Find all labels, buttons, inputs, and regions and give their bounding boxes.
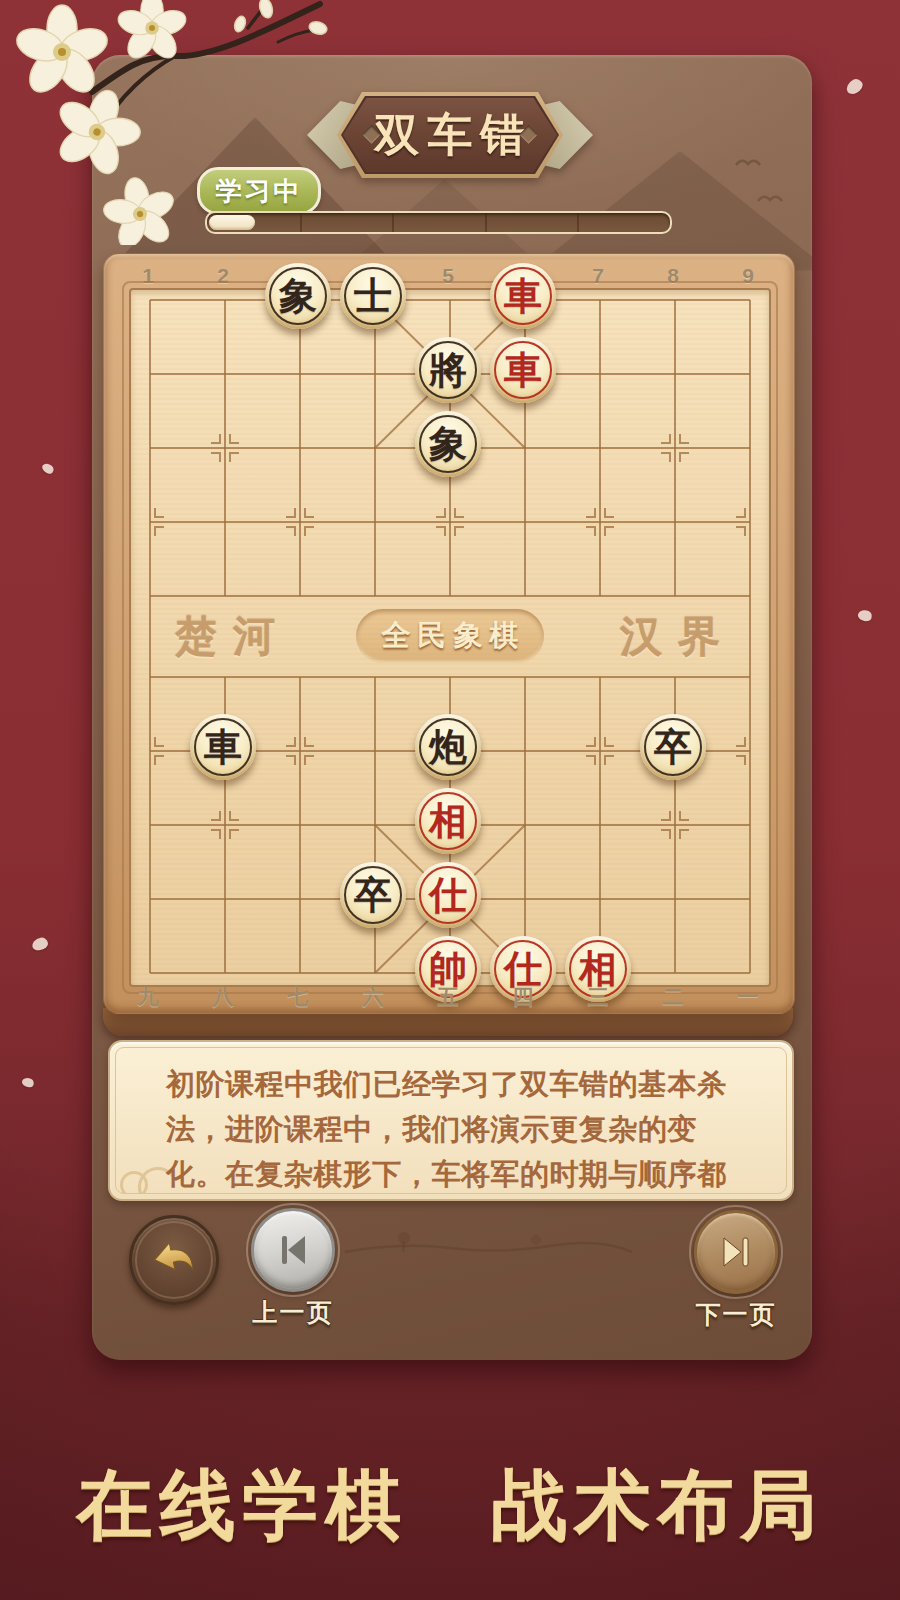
piece-black-r1c4[interactable]: 士 [340,263,406,329]
lesson-textbox: 初阶课程中我们已经学习了双车错的基本杀 法，进阶课程中，我们将演示更复杂的变 化… [108,1040,794,1201]
next-page-label: 下一页 [694,1298,778,1331]
piece-black-r7c5[interactable]: 炮 [415,714,481,780]
file-label: 六 [353,985,393,1009]
piece-black-r1c3[interactable]: 象 [265,263,331,329]
piece-red-r8c5[interactable]: 相 [415,788,481,854]
slogan-text: 在线学棋 战术布局 [0,1455,900,1558]
back-button[interactable] [129,1215,219,1305]
piece-black-r2c5[interactable]: 將 [415,337,481,403]
lesson-title: 双车错 [367,105,534,165]
banner-frame: 双车错 [337,92,563,178]
progress-segment-divider [577,213,579,232]
piece-red-r9c5[interactable]: 仕 [415,862,481,928]
lesson-text: 初阶课程中我们已经学习了双车错的基本杀 法，进阶课程中，我们将演示更复杂的变 化… [166,1062,762,1197]
file-label: 五 [428,985,468,1009]
file-label: 二 [653,985,693,1009]
file-label: 一 [728,985,768,1009]
piece-black-r9c4[interactable]: 卒 [340,862,406,928]
progress-segment-divider [392,213,394,232]
progress-segment-divider [485,213,487,232]
piece-red-r2c6[interactable]: 車 [490,337,556,403]
xiangqi-board: 123456789 楚河 全民象棋 汉界 象士車將車象車炮卒相卒仕帥仕相 九八七… [103,253,795,1014]
file-label: 九 [128,985,168,1009]
petal [844,77,865,96]
footer-scenery [340,1200,640,1280]
prev-page-icon [275,1232,311,1268]
next-page-button[interactable]: 下一页 [694,1210,778,1331]
prev-page-label: 上一页 [251,1296,335,1329]
lesson-progress-bar [205,211,672,234]
progress-fill [209,215,255,230]
file-label: 三 [578,985,618,1009]
piece-red-r1c6[interactable]: 車 [490,263,556,329]
file-label: 七 [278,985,318,1009]
file-label: 八 [203,985,243,1009]
file-label: 四 [503,985,543,1009]
prev-page-button[interactable]: 上一页 [251,1208,335,1329]
petal [856,608,873,623]
lesson-line: 初阶课程中我们已经学习了双车错的基本杀 [166,1062,762,1107]
petal [21,1076,36,1089]
progress-segment-divider [300,213,302,232]
piece-black-r3c5[interactable]: 象 [415,411,481,477]
lesson-title-banner: 双车错 [337,92,563,178]
next-page-icon [718,1234,754,1270]
piece-black-r7c8[interactable]: 卒 [640,714,706,780]
petal [41,461,56,476]
pieces-layer: 象士車將車象車炮卒相卒仕帥仕相 [104,254,794,1013]
lesson-line: 化。在复杂棋形下，车将军的时期与顺序都 [166,1152,762,1197]
piece-black-r7c2[interactable]: 車 [190,714,256,780]
lesson-line: 法，进阶课程中，我们将演示更复杂的变 [166,1107,762,1152]
birds-icon [732,153,792,213]
status-badge: 学习中 [197,167,321,215]
petal [31,936,49,951]
back-arrow-icon [147,1235,201,1286]
